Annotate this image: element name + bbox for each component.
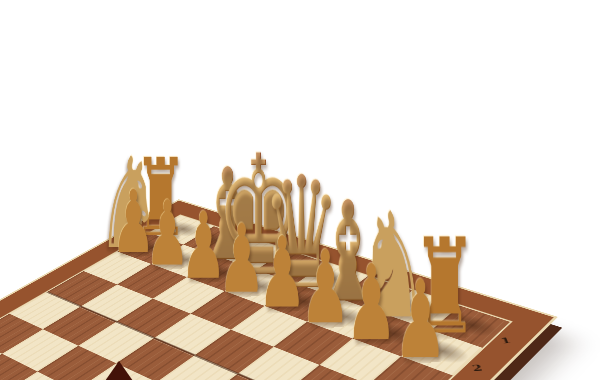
rank-label-1: 1 (499, 335, 529, 347)
board-scene: 12345678♜♞♟♝♟♚♟♛♟♝♟♞♟♜♟♟ (0, 0, 600, 380)
rank-label-2: 2 (471, 362, 501, 374)
black-piece-finial-tip (105, 361, 133, 380)
chessboard: 12345678♜♞♟♝♟♚♟♛♟♝♟♞♟♜♟♟ (0, 199, 558, 380)
photo-stage: 12345678♜♞♟♝♟♚♟♛♟♝♟♞♟♜♟♟ (0, 0, 600, 380)
